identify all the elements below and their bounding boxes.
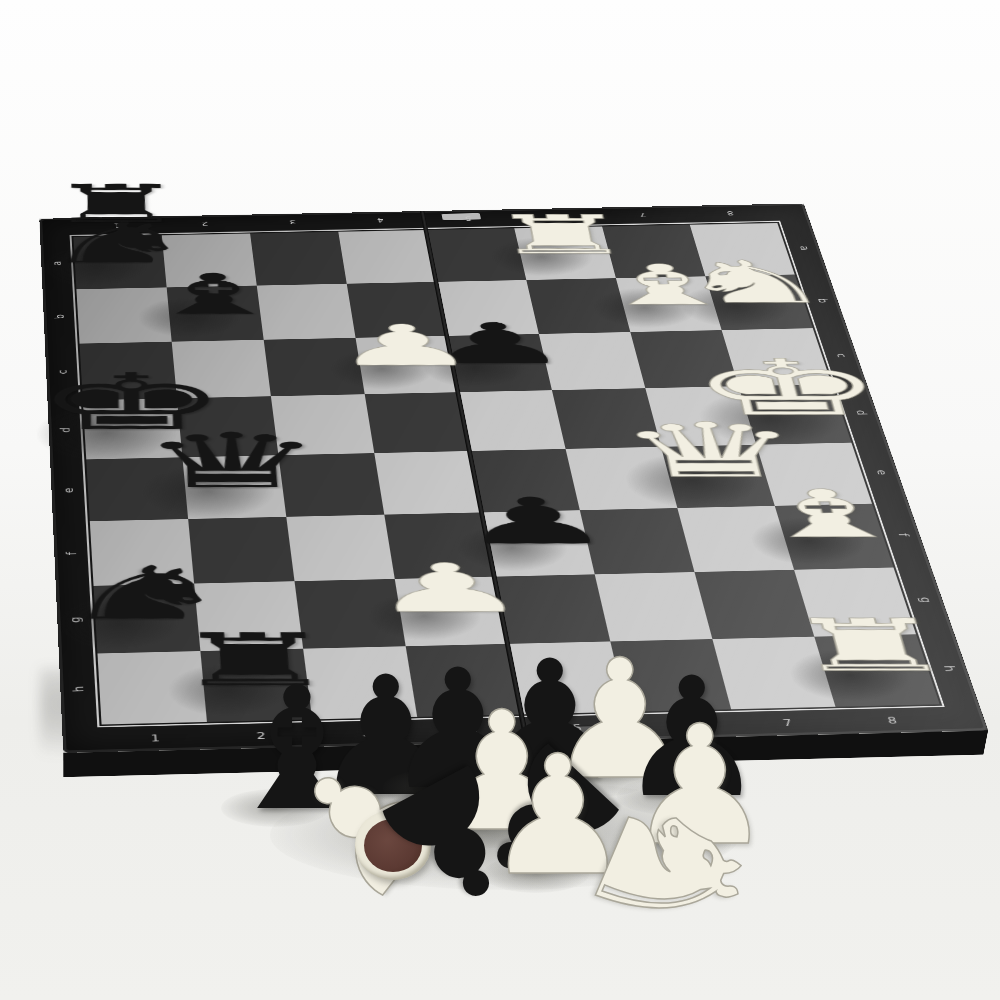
product-photo-chess-set: { "game": "chess", "scene_type": "magnet… [0,0,1000,1000]
loose-captured-pieces: ♝♟♟♟♟♟♟♟♟♟♟♟♞ [0,0,1000,1000]
